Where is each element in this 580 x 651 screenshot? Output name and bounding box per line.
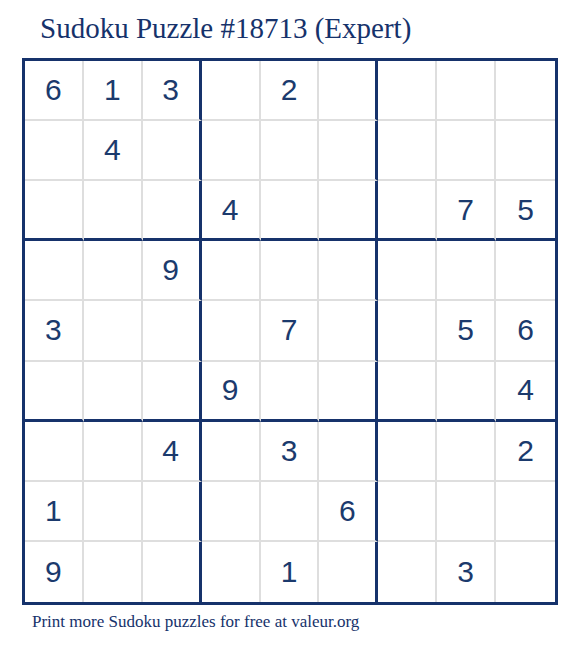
cell-r9c7[interactable] <box>378 542 437 602</box>
footer-note: Print more Sudoku puzzles for free at va… <box>32 612 359 632</box>
given-r1c3[interactable]: 3 <box>143 61 202 121</box>
cell-r8c2[interactable] <box>84 482 143 542</box>
given-r6c4[interactable]: 9 <box>202 362 261 422</box>
given-r3c8[interactable]: 7 <box>437 181 496 241</box>
given-r9c1[interactable]: 9 <box>25 542 84 602</box>
cell-r4c9[interactable] <box>496 241 555 301</box>
given-r5c8[interactable]: 5 <box>437 301 496 361</box>
cell-r1c9[interactable] <box>496 61 555 121</box>
given-r6c9[interactable]: 4 <box>496 362 555 422</box>
cell-r6c7[interactable] <box>378 362 437 422</box>
given-r7c9[interactable]: 2 <box>496 422 555 482</box>
cell-r6c2[interactable] <box>84 362 143 422</box>
cell-r4c6[interactable] <box>319 241 378 301</box>
cell-r2c3[interactable] <box>143 121 202 181</box>
given-r1c2[interactable]: 1 <box>84 61 143 121</box>
sudoku-grid: 61324475937569443216913 <box>22 58 558 605</box>
cell-r5c3[interactable] <box>143 301 202 361</box>
cell-r3c1[interactable] <box>25 181 84 241</box>
cell-r8c8[interactable] <box>437 482 496 542</box>
cell-r5c4[interactable] <box>202 301 261 361</box>
given-r5c5[interactable]: 7 <box>261 301 320 361</box>
cell-r1c4[interactable] <box>202 61 261 121</box>
given-r3c4[interactable]: 4 <box>202 181 261 241</box>
cell-r8c9[interactable] <box>496 482 555 542</box>
cell-r9c4[interactable] <box>202 542 261 602</box>
cell-r6c5[interactable] <box>261 362 320 422</box>
given-r3c9[interactable]: 5 <box>496 181 555 241</box>
given-r7c3[interactable]: 4 <box>143 422 202 482</box>
given-r1c5[interactable]: 2 <box>261 61 320 121</box>
cell-r2c5[interactable] <box>261 121 320 181</box>
cell-r3c7[interactable] <box>378 181 437 241</box>
cell-r6c8[interactable] <box>437 362 496 422</box>
cell-r2c6[interactable] <box>319 121 378 181</box>
cell-r6c6[interactable] <box>319 362 378 422</box>
given-r8c1[interactable]: 1 <box>25 482 84 542</box>
cell-r4c2[interactable] <box>84 241 143 301</box>
cell-r7c8[interactable] <box>437 422 496 482</box>
cell-r3c3[interactable] <box>143 181 202 241</box>
given-r1c1[interactable]: 6 <box>25 61 84 121</box>
cell-r8c3[interactable] <box>143 482 202 542</box>
cell-r7c6[interactable] <box>319 422 378 482</box>
cell-r5c6[interactable] <box>319 301 378 361</box>
cell-r5c2[interactable] <box>84 301 143 361</box>
cell-r6c1[interactable] <box>25 362 84 422</box>
cell-r2c1[interactable] <box>25 121 84 181</box>
cell-r3c6[interactable] <box>319 181 378 241</box>
cell-r4c4[interactable] <box>202 241 261 301</box>
cell-r2c9[interactable] <box>496 121 555 181</box>
puzzle-title: Sudoku Puzzle #18713 (Expert) <box>40 12 411 45</box>
cell-r4c5[interactable] <box>261 241 320 301</box>
cell-r7c4[interactable] <box>202 422 261 482</box>
cell-r9c9[interactable] <box>496 542 555 602</box>
page: Sudoku Puzzle #18713 (Expert) 6132447593… <box>0 0 580 651</box>
cell-r8c5[interactable] <box>261 482 320 542</box>
cell-r4c8[interactable] <box>437 241 496 301</box>
cell-r1c8[interactable] <box>437 61 496 121</box>
cell-r7c2[interactable] <box>84 422 143 482</box>
given-r9c5[interactable]: 1 <box>261 542 320 602</box>
cell-r6c3[interactable] <box>143 362 202 422</box>
given-r5c1[interactable]: 3 <box>25 301 84 361</box>
cell-r2c8[interactable] <box>437 121 496 181</box>
given-r9c8[interactable]: 3 <box>437 542 496 602</box>
given-r8c6[interactable]: 6 <box>319 482 378 542</box>
cell-r9c2[interactable] <box>84 542 143 602</box>
cell-r1c6[interactable] <box>319 61 378 121</box>
cell-r1c7[interactable] <box>378 61 437 121</box>
given-r5c9[interactable]: 6 <box>496 301 555 361</box>
cell-r2c4[interactable] <box>202 121 261 181</box>
cell-r7c1[interactable] <box>25 422 84 482</box>
cell-r5c7[interactable] <box>378 301 437 361</box>
cell-r8c7[interactable] <box>378 482 437 542</box>
given-r4c3[interactable]: 9 <box>143 241 202 301</box>
cell-r3c5[interactable] <box>261 181 320 241</box>
given-r2c2[interactable]: 4 <box>84 121 143 181</box>
cell-r3c2[interactable] <box>84 181 143 241</box>
cell-r8c4[interactable] <box>202 482 261 542</box>
given-r7c5[interactable]: 3 <box>261 422 320 482</box>
cell-r9c3[interactable] <box>143 542 202 602</box>
cell-r7c7[interactable] <box>378 422 437 482</box>
cell-r4c1[interactable] <box>25 241 84 301</box>
cell-r9c6[interactable] <box>319 542 378 602</box>
cell-r2c7[interactable] <box>378 121 437 181</box>
cell-r4c7[interactable] <box>378 241 437 301</box>
